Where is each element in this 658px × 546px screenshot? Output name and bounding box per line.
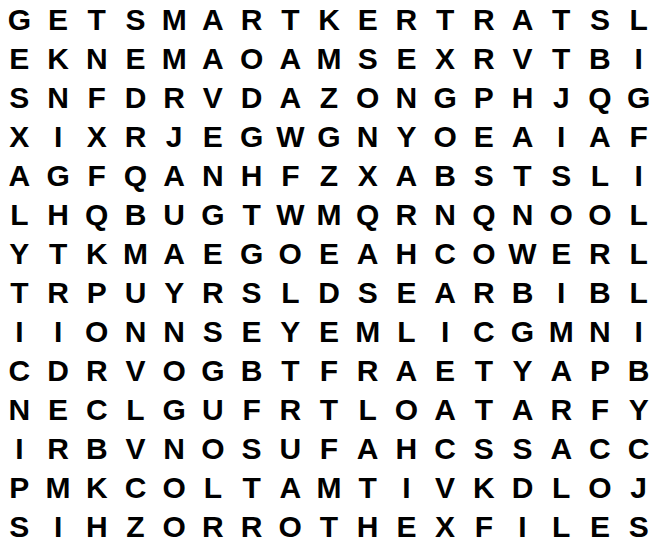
grid-cell[interactable]: O bbox=[77, 312, 116, 351]
grid-cell[interactable]: D bbox=[39, 351, 78, 390]
grid-cell[interactable]: R bbox=[464, 39, 503, 78]
grid-cell[interactable]: I bbox=[426, 312, 465, 351]
grid-cell[interactable]: T bbox=[310, 507, 349, 546]
grid-cell[interactable]: E bbox=[232, 312, 271, 351]
grid-cell[interactable]: T bbox=[232, 468, 271, 507]
grid-cell[interactable]: B bbox=[77, 429, 116, 468]
grid-cell[interactable]: S bbox=[232, 273, 271, 312]
grid-cell[interactable]: E bbox=[116, 39, 155, 78]
grid-cell[interactable]: S bbox=[503, 429, 542, 468]
grid-cell[interactable]: A bbox=[542, 429, 581, 468]
grid-cell[interactable]: R bbox=[387, 195, 426, 234]
grid-cell[interactable]: W bbox=[271, 195, 310, 234]
grid-cell[interactable]: S bbox=[232, 429, 271, 468]
grid-cell[interactable]: Y bbox=[619, 390, 658, 429]
grid-cell[interactable]: J bbox=[155, 117, 194, 156]
grid-cell[interactable]: H bbox=[348, 507, 387, 546]
grid-cell[interactable]: N bbox=[0, 390, 39, 429]
grid-cell[interactable]: A bbox=[581, 117, 620, 156]
grid-cell[interactable]: L bbox=[619, 0, 658, 39]
grid-cell[interactable]: H bbox=[387, 429, 426, 468]
grid-cell[interactable]: S bbox=[0, 78, 39, 117]
grid-cell[interactable]: T bbox=[77, 0, 116, 39]
grid-cell[interactable]: R bbox=[116, 117, 155, 156]
grid-cell[interactable]: O bbox=[155, 468, 194, 507]
grid-cell[interactable]: A bbox=[348, 234, 387, 273]
grid-cell[interactable]: O bbox=[581, 195, 620, 234]
grid-cell[interactable]: G bbox=[194, 195, 233, 234]
grid-cell[interactable]: B bbox=[581, 273, 620, 312]
grid-cell[interactable]: N bbox=[155, 312, 194, 351]
grid-cell[interactable]: R bbox=[348, 351, 387, 390]
grid-cell[interactable]: U bbox=[194, 390, 233, 429]
grid-cell[interactable]: N bbox=[387, 78, 426, 117]
grid-cell[interactable]: X bbox=[0, 117, 39, 156]
grid-cell[interactable]: A bbox=[348, 429, 387, 468]
grid-cell[interactable]: A bbox=[155, 156, 194, 195]
grid-cell[interactable]: E bbox=[348, 0, 387, 39]
grid-cell[interactable]: L bbox=[0, 195, 39, 234]
grid-cell[interactable]: T bbox=[426, 0, 465, 39]
grid-cell[interactable]: E bbox=[464, 117, 503, 156]
grid-cell[interactable]: J bbox=[619, 468, 658, 507]
grid-cell[interactable]: M bbox=[310, 39, 349, 78]
grid-cell[interactable]: L bbox=[619, 195, 658, 234]
grid-cell[interactable]: S bbox=[348, 273, 387, 312]
grid-cell[interactable]: H bbox=[39, 195, 78, 234]
grid-cell[interactable]: E bbox=[581, 507, 620, 546]
grid-cell[interactable]: T bbox=[232, 195, 271, 234]
grid-cell[interactable]: X bbox=[77, 117, 116, 156]
grid-cell[interactable]: I bbox=[542, 273, 581, 312]
grid-cell[interactable]: K bbox=[77, 468, 116, 507]
grid-cell[interactable]: D bbox=[116, 78, 155, 117]
grid-cell[interactable]: T bbox=[310, 390, 349, 429]
grid-cell[interactable]: P bbox=[464, 78, 503, 117]
grid-cell[interactable]: C bbox=[464, 312, 503, 351]
grid-cell[interactable]: T bbox=[271, 351, 310, 390]
grid-cell[interactable]: A bbox=[387, 351, 426, 390]
grid-cell[interactable]: T bbox=[348, 468, 387, 507]
grid-cell[interactable]: T bbox=[0, 273, 39, 312]
grid-cell[interactable]: Y bbox=[155, 273, 194, 312]
grid-cell[interactable]: E bbox=[387, 273, 426, 312]
grid-cell[interactable]: O bbox=[155, 351, 194, 390]
grid-cell[interactable]: Y bbox=[0, 234, 39, 273]
grid-cell[interactable]: L bbox=[348, 390, 387, 429]
grid-cell[interactable]: K bbox=[310, 0, 349, 39]
grid-cell[interactable]: S bbox=[581, 0, 620, 39]
grid-cell[interactable]: G bbox=[0, 0, 39, 39]
grid-cell[interactable]: I bbox=[619, 312, 658, 351]
grid-cell[interactable]: E bbox=[194, 117, 233, 156]
grid-cell[interactable]: O bbox=[232, 39, 271, 78]
grid-cell[interactable]: E bbox=[387, 507, 426, 546]
grid-cell[interactable]: R bbox=[155, 78, 194, 117]
grid-cell[interactable]: Z bbox=[310, 78, 349, 117]
grid-cell[interactable]: N bbox=[116, 312, 155, 351]
grid-cell[interactable]: Q bbox=[348, 195, 387, 234]
grid-cell[interactable]: M bbox=[348, 312, 387, 351]
grid-cell[interactable]: X bbox=[426, 507, 465, 546]
grid-cell[interactable]: O bbox=[348, 78, 387, 117]
grid-cell[interactable]: K bbox=[77, 234, 116, 273]
grid-cell[interactable]: S bbox=[348, 39, 387, 78]
grid-cell[interactable]: H bbox=[232, 156, 271, 195]
grid-cell[interactable]: V bbox=[426, 468, 465, 507]
grid-cell[interactable]: O bbox=[464, 234, 503, 273]
grid-cell[interactable]: H bbox=[387, 234, 426, 273]
grid-cell[interactable]: Y bbox=[503, 351, 542, 390]
grid-cell[interactable]: A bbox=[271, 78, 310, 117]
grid-cell[interactable]: L bbox=[194, 468, 233, 507]
grid-cell[interactable]: D bbox=[232, 78, 271, 117]
grid-cell[interactable]: A bbox=[503, 390, 542, 429]
grid-cell[interactable]: F bbox=[77, 78, 116, 117]
grid-cell[interactable]: T bbox=[503, 156, 542, 195]
grid-cell[interactable]: C bbox=[426, 429, 465, 468]
grid-cell[interactable]: T bbox=[542, 39, 581, 78]
grid-cell[interactable]: Q bbox=[581, 78, 620, 117]
grid-cell[interactable]: E bbox=[387, 39, 426, 78]
grid-cell[interactable]: O bbox=[271, 234, 310, 273]
grid-cell[interactable]: I bbox=[387, 468, 426, 507]
grid-cell[interactable]: W bbox=[271, 117, 310, 156]
grid-cell[interactable]: R bbox=[464, 0, 503, 39]
grid-cell[interactable]: E bbox=[310, 312, 349, 351]
grid-cell[interactable]: F bbox=[310, 351, 349, 390]
grid-cell[interactable]: E bbox=[39, 0, 78, 39]
grid-cell[interactable]: O bbox=[542, 195, 581, 234]
grid-cell[interactable]: A bbox=[271, 468, 310, 507]
grid-cell[interactable]: R bbox=[232, 0, 271, 39]
grid-cell[interactable]: A bbox=[503, 0, 542, 39]
grid-cell[interactable]: R bbox=[271, 390, 310, 429]
grid-cell[interactable]: R bbox=[39, 429, 78, 468]
grid-cell[interactable]: R bbox=[387, 0, 426, 39]
grid-cell[interactable]: M bbox=[116, 234, 155, 273]
grid-cell[interactable]: S bbox=[464, 429, 503, 468]
grid-cell[interactable]: L bbox=[619, 273, 658, 312]
grid-cell[interactable]: B bbox=[581, 39, 620, 78]
grid-cell[interactable]: C bbox=[77, 390, 116, 429]
grid-cell[interactable]: O bbox=[155, 507, 194, 546]
grid-cell[interactable]: Q bbox=[77, 195, 116, 234]
grid-cell[interactable]: F bbox=[310, 429, 349, 468]
grid-cell[interactable]: G bbox=[232, 234, 271, 273]
grid-cell[interactable]: G bbox=[232, 117, 271, 156]
grid-cell[interactable]: M bbox=[310, 468, 349, 507]
grid-cell[interactable]: G bbox=[310, 117, 349, 156]
grid-cell[interactable]: A bbox=[426, 273, 465, 312]
grid-cell[interactable]: D bbox=[310, 273, 349, 312]
grid-cell[interactable]: F bbox=[619, 117, 658, 156]
grid-cell[interactable]: F bbox=[581, 390, 620, 429]
grid-cell[interactable]: N bbox=[426, 195, 465, 234]
grid-cell[interactable]: L bbox=[619, 234, 658, 273]
grid-cell[interactable]: E bbox=[194, 234, 233, 273]
grid-cell[interactable]: P bbox=[581, 351, 620, 390]
grid-cell[interactable]: Y bbox=[387, 117, 426, 156]
grid-cell[interactable]: G bbox=[39, 156, 78, 195]
grid-cell[interactable]: B bbox=[503, 273, 542, 312]
grid-cell[interactable]: R bbox=[39, 273, 78, 312]
grid-cell[interactable]: G bbox=[426, 78, 465, 117]
grid-cell[interactable]: A bbox=[194, 0, 233, 39]
grid-cell[interactable]: H bbox=[77, 507, 116, 546]
grid-cell[interactable]: R bbox=[77, 351, 116, 390]
grid-cell[interactable]: L bbox=[387, 312, 426, 351]
grid-cell[interactable]: I bbox=[0, 312, 39, 351]
grid-cell[interactable]: A bbox=[271, 39, 310, 78]
grid-cell[interactable]: B bbox=[232, 351, 271, 390]
grid-cell[interactable]: I bbox=[39, 507, 78, 546]
grid-cell[interactable]: X bbox=[426, 39, 465, 78]
grid-cell[interactable]: M bbox=[155, 0, 194, 39]
grid-cell[interactable]: A bbox=[155, 234, 194, 273]
grid-cell[interactable]: L bbox=[271, 273, 310, 312]
grid-cell[interactable]: Z bbox=[116, 507, 155, 546]
grid-cell[interactable]: G bbox=[155, 390, 194, 429]
grid-cell[interactable]: D bbox=[503, 468, 542, 507]
grid-cell[interactable]: H bbox=[503, 78, 542, 117]
grid-cell[interactable]: C bbox=[116, 468, 155, 507]
grid-cell[interactable]: G bbox=[194, 351, 233, 390]
grid-cell[interactable]: E bbox=[426, 351, 465, 390]
grid-cell[interactable]: G bbox=[503, 312, 542, 351]
grid-cell[interactable]: C bbox=[426, 234, 465, 273]
grid-cell[interactable]: N bbox=[77, 39, 116, 78]
grid-cell[interactable]: A bbox=[0, 156, 39, 195]
grid-cell[interactable]: N bbox=[39, 78, 78, 117]
grid-cell[interactable]: A bbox=[387, 156, 426, 195]
grid-cell[interactable]: N bbox=[503, 195, 542, 234]
grid-cell[interactable]: J bbox=[542, 78, 581, 117]
grid-cell[interactable]: E bbox=[310, 234, 349, 273]
grid-cell[interactable]: R bbox=[194, 273, 233, 312]
grid-cell[interactable]: F bbox=[77, 156, 116, 195]
word-search-board: GETSMARTKERTRATSLEKNEMAOAMSEXRVTBISNFDRV… bbox=[0, 0, 658, 546]
grid-cell[interactable]: M bbox=[310, 195, 349, 234]
grid-cell[interactable]: O bbox=[581, 468, 620, 507]
grid-cell[interactable]: U bbox=[271, 429, 310, 468]
grid-cell[interactable]: O bbox=[387, 390, 426, 429]
grid-cell[interactable]: A bbox=[426, 390, 465, 429]
grid-cell[interactable]: T bbox=[271, 0, 310, 39]
grid-cell[interactable]: O bbox=[426, 117, 465, 156]
word-search-grid: GETSMARTKERTRATSLEKNEMAOAMSEXRVTBISNFDRV… bbox=[0, 0, 658, 546]
grid-cell[interactable]: S bbox=[619, 507, 658, 546]
grid-cell[interactable]: C bbox=[0, 351, 39, 390]
grid-cell[interactable]: N bbox=[348, 117, 387, 156]
grid-cell[interactable]: R bbox=[542, 390, 581, 429]
grid-cell[interactable]: T bbox=[464, 390, 503, 429]
grid-cell[interactable]: E bbox=[0, 39, 39, 78]
grid-cell[interactable]: K bbox=[39, 39, 78, 78]
grid-cell[interactable]: R bbox=[232, 507, 271, 546]
grid-cell[interactable]: F bbox=[464, 507, 503, 546]
grid-cell[interactable]: O bbox=[194, 429, 233, 468]
grid-cell[interactable]: S bbox=[194, 312, 233, 351]
grid-cell[interactable]: B bbox=[426, 156, 465, 195]
grid-cell[interactable]: S bbox=[0, 507, 39, 546]
grid-cell[interactable]: I bbox=[39, 312, 78, 351]
grid-cell[interactable]: T bbox=[39, 234, 78, 273]
grid-cell[interactable]: V bbox=[503, 39, 542, 78]
grid-cell[interactable]: I bbox=[619, 156, 658, 195]
grid-cell[interactable]: I bbox=[0, 429, 39, 468]
grid-cell[interactable]: F bbox=[271, 156, 310, 195]
grid-cell[interactable]: I bbox=[503, 507, 542, 546]
grid-cell[interactable]: Q bbox=[116, 156, 155, 195]
grid-cell[interactable]: B bbox=[116, 195, 155, 234]
grid-cell[interactable]: N bbox=[581, 312, 620, 351]
grid-cell[interactable]: V bbox=[116, 429, 155, 468]
grid-cell[interactable]: G bbox=[619, 78, 658, 117]
grid-cell[interactable]: L bbox=[116, 390, 155, 429]
grid-cell[interactable]: R bbox=[194, 507, 233, 546]
grid-cell[interactable]: X bbox=[348, 156, 387, 195]
grid-cell[interactable]: P bbox=[0, 468, 39, 507]
grid-cell[interactable]: V bbox=[116, 351, 155, 390]
grid-cell[interactable]: I bbox=[39, 117, 78, 156]
grid-cell[interactable]: I bbox=[619, 39, 658, 78]
grid-cell[interactable]: M bbox=[542, 312, 581, 351]
grid-cell[interactable]: U bbox=[155, 195, 194, 234]
grid-cell[interactable]: E bbox=[39, 390, 78, 429]
grid-cell[interactable]: S bbox=[464, 156, 503, 195]
grid-cell[interactable]: L bbox=[542, 468, 581, 507]
grid-cell[interactable]: Q bbox=[464, 195, 503, 234]
grid-cell[interactable]: Z bbox=[310, 156, 349, 195]
grid-cell[interactable]: B bbox=[619, 351, 658, 390]
grid-cell[interactable]: I bbox=[542, 117, 581, 156]
grid-cell[interactable]: R bbox=[581, 234, 620, 273]
grid-cell[interactable]: Y bbox=[271, 312, 310, 351]
grid-cell[interactable]: A bbox=[194, 39, 233, 78]
grid-cell[interactable]: C bbox=[619, 429, 658, 468]
grid-cell[interactable]: O bbox=[271, 507, 310, 546]
grid-cell[interactable]: A bbox=[542, 351, 581, 390]
grid-cell[interactable]: P bbox=[77, 273, 116, 312]
grid-cell[interactable]: N bbox=[194, 156, 233, 195]
grid-cell[interactable]: L bbox=[581, 156, 620, 195]
grid-cell[interactable]: C bbox=[581, 429, 620, 468]
grid-cell[interactable]: F bbox=[232, 390, 271, 429]
grid-cell[interactable]: W bbox=[503, 234, 542, 273]
grid-cell[interactable]: N bbox=[155, 429, 194, 468]
grid-cell[interactable]: S bbox=[116, 0, 155, 39]
grid-cell[interactable]: T bbox=[464, 351, 503, 390]
grid-cell[interactable]: U bbox=[116, 273, 155, 312]
grid-cell[interactable]: T bbox=[542, 0, 581, 39]
grid-cell[interactable]: K bbox=[464, 468, 503, 507]
grid-cell[interactable]: L bbox=[542, 507, 581, 546]
grid-cell[interactable]: R bbox=[464, 273, 503, 312]
grid-cell[interactable]: M bbox=[155, 39, 194, 78]
grid-cell[interactable]: S bbox=[542, 156, 581, 195]
grid-cell[interactable]: A bbox=[503, 117, 542, 156]
grid-cell[interactable]: M bbox=[39, 468, 78, 507]
grid-cell[interactable]: V bbox=[194, 78, 233, 117]
grid-cell[interactable]: E bbox=[542, 234, 581, 273]
